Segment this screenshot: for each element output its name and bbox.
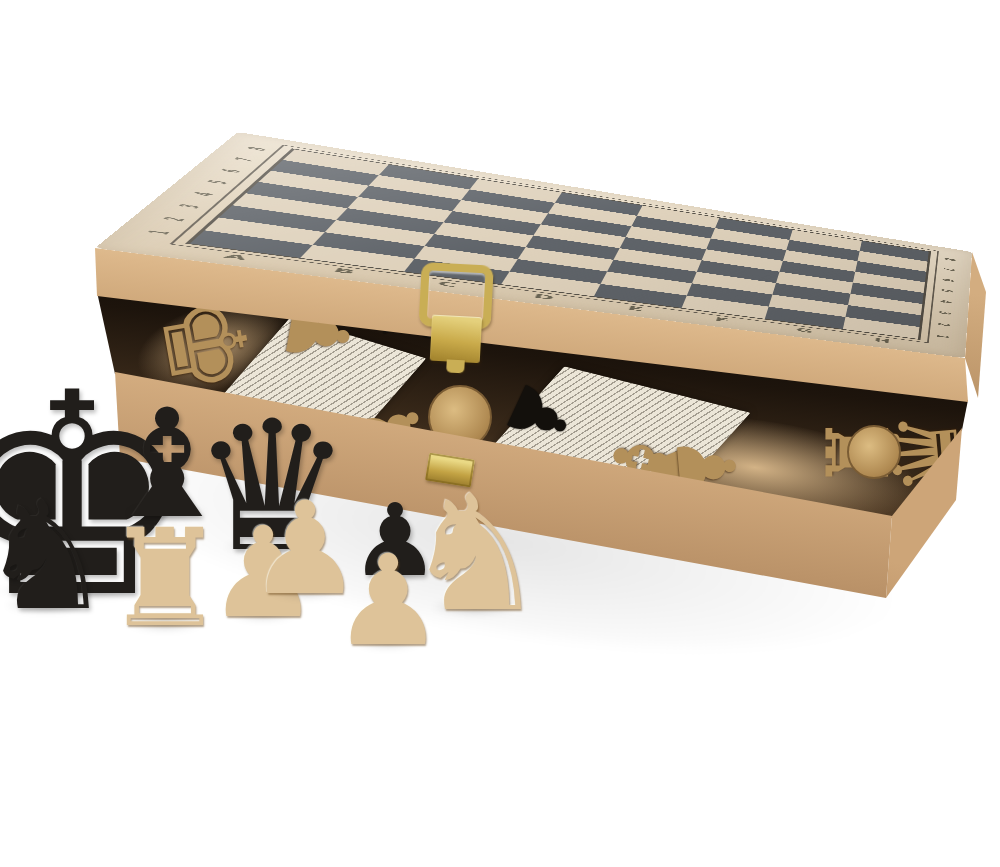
rank-label-right-3: 3 <box>936 310 954 317</box>
rank-label-right-5: 5 <box>938 287 956 294</box>
clasp-plate <box>430 315 482 364</box>
rank-label-left-6: 6 <box>215 167 246 175</box>
rank-label-left-2: 2 <box>156 215 191 224</box>
rank-label-left-4: 4 <box>187 190 220 199</box>
page-background: { "game": "chess", "scene": "Folding bee… <box>0 0 1000 867</box>
rank-label-right-6: 6 <box>940 277 957 284</box>
rank-label-right-2: 2 <box>935 321 953 328</box>
rank-label-left-3: 3 <box>172 202 206 211</box>
wooden-disc <box>847 425 901 479</box>
brass-clasp <box>414 258 504 378</box>
rank-label-right-1: 1 <box>934 333 953 340</box>
rank-label-right-8: 8 <box>942 256 959 262</box>
rank-label-right-7: 7 <box>941 266 958 273</box>
rank-label-left-5: 5 <box>201 178 233 186</box>
rank-label-left-8: 8 <box>241 145 271 153</box>
clasp-tongue <box>446 359 465 373</box>
rank-label-left-7: 7 <box>228 155 259 163</box>
piece-white-knight: ♞ <box>395 474 555 634</box>
rank-label-right-4: 4 <box>937 298 955 305</box>
rank-label-left-1: 1 <box>141 228 176 237</box>
